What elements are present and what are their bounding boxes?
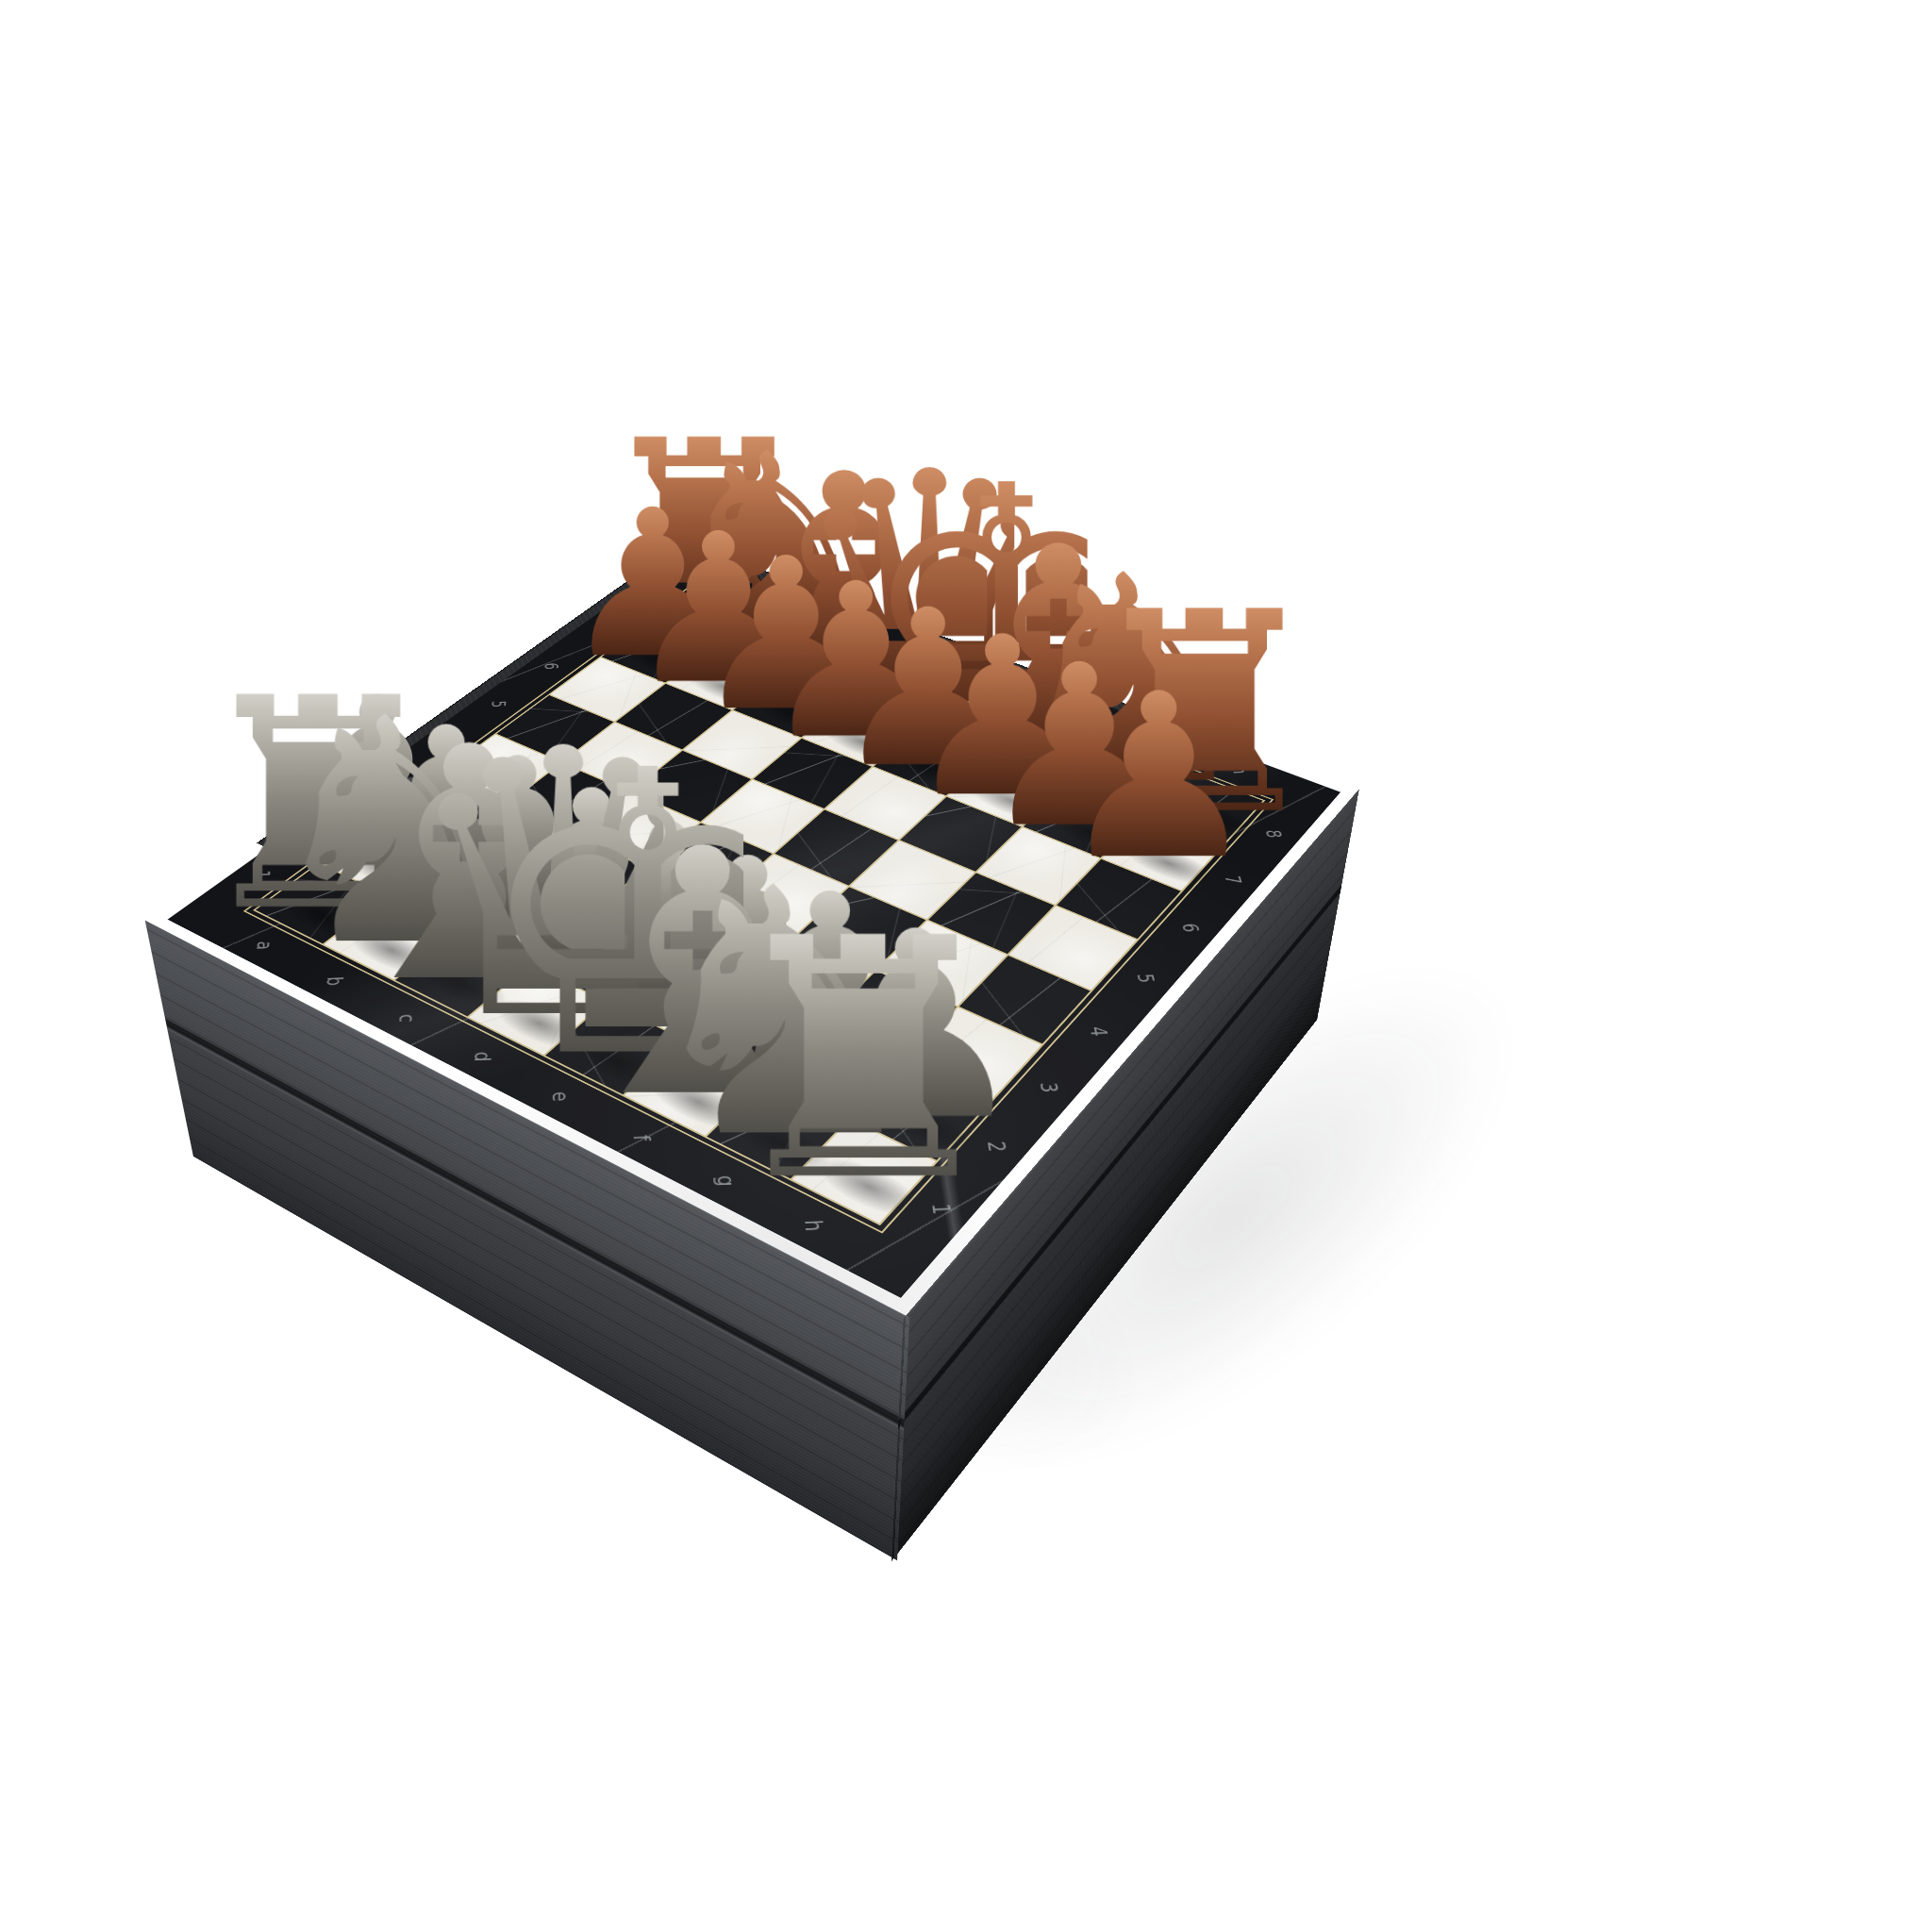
rank-label-5-right: 5 — [1132, 974, 1159, 984]
file-label-f-near: f — [628, 1134, 656, 1141]
rank-label-7-right: 7 — [1220, 875, 1246, 885]
rank-label-6-left: 6 — [541, 662, 562, 670]
chess-set-scene: aabbccddeeffgghh8877665544332211♜♞♝♛♚♝♞♜… — [0, 0, 1932, 1932]
rank-label-1-right: 1 — [926, 1203, 956, 1215]
black-pawn-glyph: ♟ — [1036, 663, 1282, 856]
piece-black-pawn-h7[interactable]: ♟ — [1036, 663, 1282, 856]
rank-label-4-right: 4 — [1085, 1026, 1113, 1037]
white-rook-glyph: ♜ — [715, 896, 1002, 1177]
rank-label-6-right: 6 — [1177, 923, 1204, 932]
product-photo-canvas: aabbccddeeffgghh8877665544332211♜♞♝♛♚♝♞♜… — [0, 0, 1932, 1932]
file-label-h-near: h — [799, 1219, 828, 1231]
piece-white-rook-h1[interactable]: ♜ — [715, 896, 1002, 1177]
chess-case: aabbccddeeffgghh8877665544332211♜♞♝♛♚♝♞♜… — [145, 541, 1360, 1319]
